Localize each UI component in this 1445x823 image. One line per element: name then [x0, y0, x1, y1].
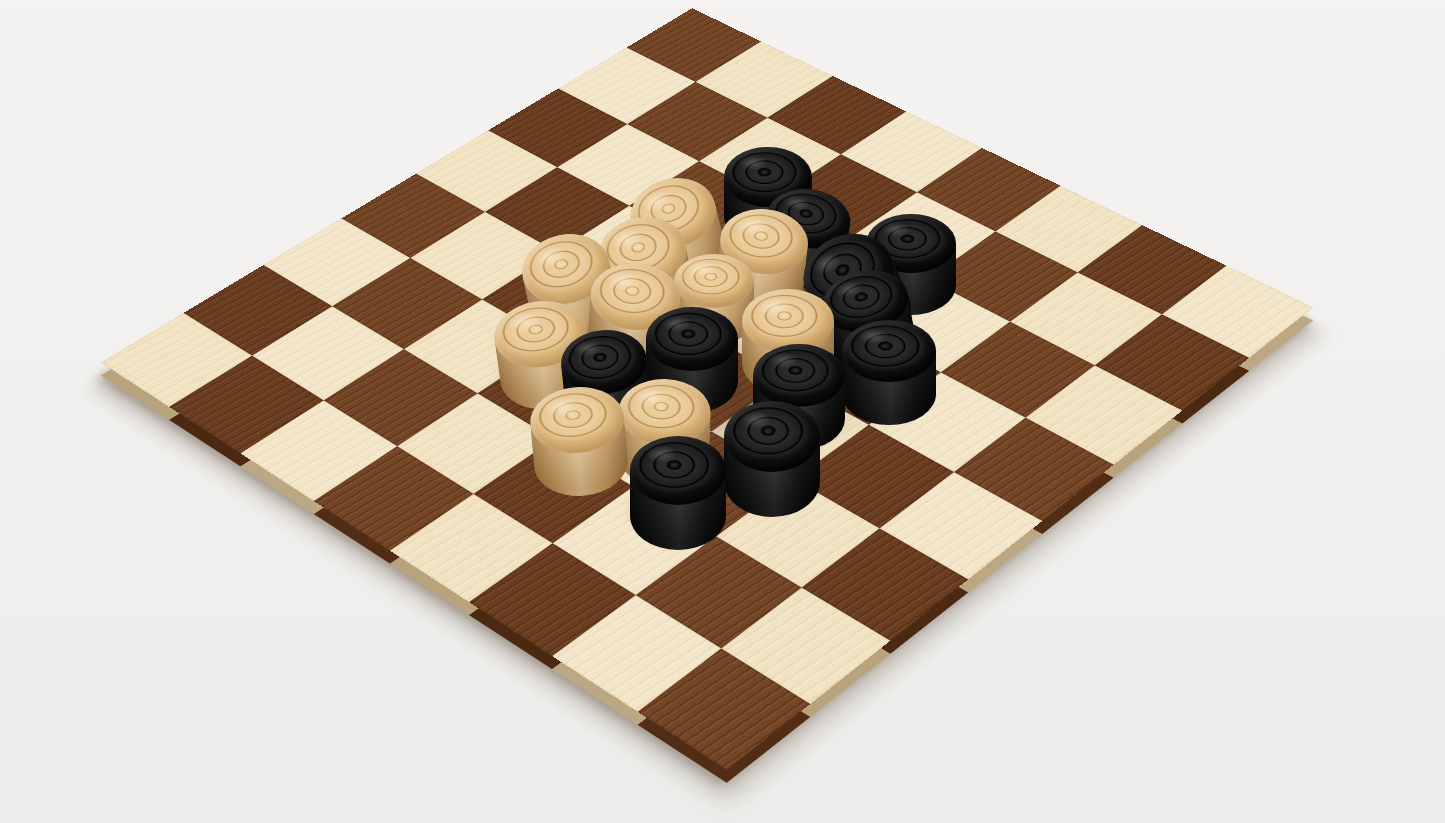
- checker-top-face: [646, 307, 738, 371]
- checker-top-face: [630, 436, 726, 505]
- checker-dark[interactable]: ⛂: [724, 401, 820, 516]
- checker-top-face: [842, 320, 936, 382]
- checker-top-face: [724, 401, 820, 472]
- checker-dark[interactable]: ⛂: [630, 436, 726, 549]
- checker-top-face: [753, 344, 845, 407]
- scene: ⛀⛀⛀⛀⛀⛀⛀⛀⛀⛀⛂⛂⛂⛂⛂⛂⛂⛂⛂⛂⛂: [0, 0, 1445, 823]
- pieces-layer: ⛀⛀⛀⛀⛀⛀⛀⛀⛀⛀⛂⛂⛂⛂⛂⛂⛂⛂⛂⛂⛂: [0, 0, 1445, 823]
- checker-dark[interactable]: ⛂: [842, 320, 936, 425]
